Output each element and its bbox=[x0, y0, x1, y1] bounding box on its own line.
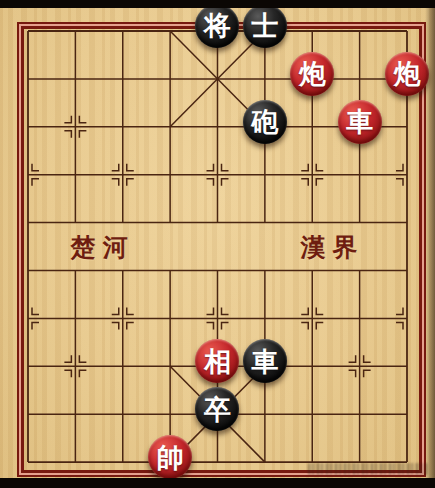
piece-black-general[interactable]: 将 bbox=[195, 4, 239, 48]
piece-glyph: 帥 bbox=[157, 444, 184, 471]
board-point-8-1: 炮 bbox=[384, 55, 431, 103]
piece-red-general[interactable]: 帥 bbox=[148, 435, 192, 479]
piece-red-chariot[interactable]: 車 bbox=[338, 100, 382, 144]
piece-glyph: 士 bbox=[251, 12, 278, 39]
piece-black-chariot[interactable]: 車 bbox=[243, 339, 287, 383]
piece-red-elephant[interactable]: 相 bbox=[195, 339, 239, 383]
board-point-4-0: 将 bbox=[194, 7, 241, 55]
piece-glyph: 砲 bbox=[251, 108, 278, 135]
piece-glyph: 炮 bbox=[394, 60, 421, 87]
piece-black-soldier[interactable]: 卒 bbox=[195, 387, 239, 431]
piece-glyph: 車 bbox=[251, 348, 278, 375]
piece-glyph: 卒 bbox=[204, 396, 231, 423]
board-point-5-7: 車 bbox=[241, 342, 288, 390]
xiangqi-board[interactable]: 将士炮炮砲車相車卒帥 bbox=[4, 7, 431, 486]
watermark-smudge bbox=[308, 463, 428, 475]
board-point-5-0: 士 bbox=[241, 7, 288, 55]
board-point-4-8: 卒 bbox=[194, 390, 241, 438]
piece-glyph: 車 bbox=[346, 108, 373, 135]
piece-red-cannon-2[interactable]: 炮 bbox=[385, 52, 429, 96]
bottom-letterbox-bar bbox=[0, 478, 435, 488]
board-point-7-2: 車 bbox=[336, 103, 383, 151]
piece-black-advisor[interactable]: 士 bbox=[243, 4, 287, 48]
piece-red-cannon-1[interactable]: 炮 bbox=[290, 52, 334, 96]
top-letterbox-bar bbox=[0, 0, 435, 8]
piece-glyph: 炮 bbox=[299, 60, 326, 87]
board-point-4-7: 相 bbox=[194, 342, 241, 390]
board-point-5-2: 砲 bbox=[241, 103, 288, 151]
board-point-6-1: 炮 bbox=[289, 55, 336, 103]
piece-glyph: 将 bbox=[204, 12, 231, 39]
piece-glyph: 相 bbox=[204, 348, 231, 375]
screenshot-root: 楚河 漢界 将士炮炮砲車相車卒帥 bbox=[0, 0, 435, 488]
piece-black-cannon[interactable]: 砲 bbox=[243, 100, 287, 144]
